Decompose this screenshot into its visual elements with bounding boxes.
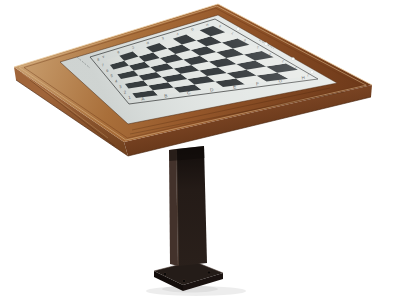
screw-dot: [236, 27, 239, 30]
file-label-bottom-h: H: [301, 75, 305, 80]
screw-dot: [264, 42, 267, 45]
bolt-hole: [207, 271, 210, 274]
chess-table-scene: AABBCCDDEEFFGGHH1122334455667788: [0, 0, 400, 300]
screw-dot: [291, 57, 294, 60]
pedestal-column: [169, 146, 207, 266]
bolt-hole: [163, 272, 166, 275]
file-label-bottom-e: E: [233, 84, 237, 89]
bolt-hole: [182, 279, 185, 282]
chess-table-photo: AABBCCDDEEFFGGHH1122334455667788: [0, 0, 400, 300]
column-front-face: [176, 146, 207, 266]
screw-dot: [310, 70, 313, 73]
file-label-bottom-b: B: [164, 93, 168, 98]
